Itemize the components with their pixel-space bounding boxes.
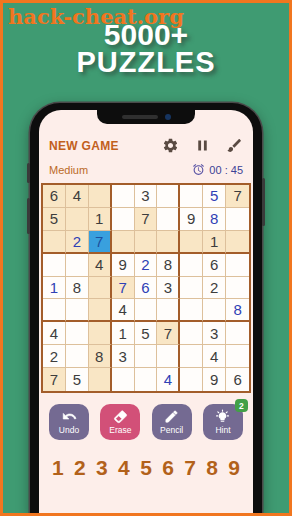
pencil-label: Pencil (160, 425, 183, 435)
numpad-digit-3[interactable]: 3 (96, 456, 108, 480)
cell-r9c2[interactable]: 5 (66, 368, 89, 391)
timer: 00 : 45 (192, 163, 243, 176)
cell-r8c8[interactable]: 4 (203, 345, 226, 368)
hint-count-badge: 2 (235, 399, 248, 412)
cell-r4c2[interactable] (66, 254, 89, 277)
undo-label: Undo (59, 425, 79, 435)
phone-side-button (262, 178, 265, 226)
cell-r8c3[interactable]: 8 (89, 345, 112, 368)
cell-r4c5[interactable]: 2 (135, 254, 158, 277)
camera-dot (165, 114, 171, 120)
timer-value: 00 : 45 (209, 164, 243, 176)
speaker-slot (122, 115, 158, 119)
cell-r8c5[interactable] (135, 345, 158, 368)
cell-r4c4[interactable]: 9 (112, 254, 135, 277)
number-pad: 123456789 (39, 440, 253, 480)
erase-button[interactable]: Erase (100, 404, 140, 440)
cell-r6c4[interactable]: 4 (112, 299, 135, 322)
cell-r8c4[interactable]: 3 (112, 345, 135, 368)
cell-r4c9[interactable] (226, 254, 249, 277)
numpad-digit-2[interactable]: 2 (74, 456, 86, 480)
numpad-digit-7[interactable]: 7 (184, 456, 196, 480)
cell-r8c7[interactable] (180, 345, 203, 368)
cell-r9c6[interactable]: 4 (157, 368, 180, 391)
watermark-text: hack-cheat.org (8, 4, 184, 29)
cell-r7c2[interactable] (66, 322, 89, 345)
cell-r3c2[interactable]: 2 (66, 231, 89, 254)
cell-r4c6[interactable]: 8 (157, 254, 180, 277)
cell-r6c8[interactable] (203, 299, 226, 322)
erase-label: Erase (109, 425, 131, 435)
cell-r1c6[interactable] (157, 185, 180, 208)
cell-r1c2[interactable]: 4 (66, 185, 89, 208)
alarm-clock-icon (192, 163, 205, 176)
cell-r1c4[interactable] (112, 185, 135, 208)
undo-button[interactable]: Undo (49, 404, 89, 440)
cell-r3c1[interactable] (43, 231, 66, 254)
cell-r2c7[interactable]: 9 (180, 208, 203, 231)
cell-r7c6[interactable]: 7 (157, 322, 180, 345)
cell-r2c3[interactable]: 1 (89, 208, 112, 231)
cell-r7c1[interactable]: 4 (43, 322, 66, 345)
cell-r7c9[interactable] (226, 322, 249, 345)
difficulty-label: Medium (49, 164, 192, 176)
numpad-digit-4[interactable]: 4 (118, 456, 130, 480)
cell-r9c8[interactable]: 9 (203, 368, 226, 391)
numpad-digit-8[interactable]: 8 (206, 456, 218, 480)
cell-r9c4[interactable] (112, 368, 135, 391)
cell-r1c1[interactable]: 6 (43, 185, 66, 208)
cell-r8c2[interactable] (66, 345, 89, 368)
cell-r5c6[interactable]: 3 (157, 277, 180, 300)
cell-r3c6[interactable] (157, 231, 180, 254)
cell-r2c5[interactable]: 7 (135, 208, 158, 231)
cell-r2c1[interactable]: 5 (43, 208, 66, 231)
hint-button[interactable]: Hint 2 (203, 404, 243, 440)
cell-r2c2[interactable] (66, 208, 89, 231)
cell-r7c4[interactable]: 1 (112, 322, 135, 345)
phone-side-button (27, 163, 30, 183)
pencil-icon (164, 409, 179, 424)
cell-r6c7[interactable] (180, 299, 203, 322)
cell-r5c5[interactable]: 6 (135, 277, 158, 300)
cell-r3c4[interactable] (112, 231, 135, 254)
cell-r6c9[interactable]: 8 (226, 299, 249, 322)
cell-r2c8[interactable]: 8 (203, 208, 226, 231)
cell-r1c8[interactable]: 5 (203, 185, 226, 208)
cell-r8c9[interactable] (226, 345, 249, 368)
pencil-button[interactable]: Pencil (152, 404, 192, 440)
eraser-icon (113, 409, 128, 424)
cell-r4c8[interactable]: 6 (203, 254, 226, 277)
cell-r3c9[interactable] (226, 231, 249, 254)
hint-bulb-icon (215, 409, 230, 424)
cell-r9c1[interactable]: 7 (43, 368, 66, 391)
cell-r3c7[interactable] (180, 231, 203, 254)
cell-r7c8[interactable]: 3 (203, 322, 226, 345)
undo-icon (62, 409, 77, 424)
cell-r2c6[interactable] (157, 208, 180, 231)
cell-r5c7[interactable] (180, 277, 203, 300)
numpad-digit-6[interactable]: 6 (162, 456, 174, 480)
cell-r5c4[interactable]: 7 (112, 277, 135, 300)
phone-screen: NEW GAME Medium 00 : 45 6435751798271 (39, 110, 253, 516)
hint-label: Hint (215, 425, 230, 435)
page-title: NEW GAME (49, 139, 147, 153)
cell-r5c1[interactable]: 1 (43, 277, 66, 300)
sudoku-board: 6435751798271492861876324841573283475496 (41, 183, 251, 393)
cell-r1c3[interactable] (89, 185, 112, 208)
cell-r5c8[interactable]: 2 (203, 277, 226, 300)
cell-r9c7[interactable] (180, 368, 203, 391)
cell-r5c2[interactable]: 8 (66, 277, 89, 300)
cell-r1c5[interactable]: 3 (135, 185, 158, 208)
phone-mockup: NEW GAME Medium 00 : 45 6435751798271 (30, 103, 262, 516)
numpad-digit-5[interactable]: 5 (140, 456, 152, 480)
cell-r4c7[interactable] (180, 254, 203, 277)
cell-r4c3[interactable]: 4 (89, 254, 112, 277)
cell-r3c5[interactable] (135, 231, 158, 254)
cell-r9c3[interactable] (89, 368, 112, 391)
cell-r6c3[interactable] (89, 299, 112, 322)
phone-notch (97, 110, 195, 124)
cell-r4c1[interactable] (43, 254, 66, 277)
status-row: Medium 00 : 45 (39, 154, 253, 176)
cell-r6c6[interactable] (157, 299, 180, 322)
toolbar: Undo Erase Pencil (39, 393, 253, 440)
cell-r7c7[interactable] (180, 322, 203, 345)
promo-screenshot: hack-cheat.org 5000+ PUZZLES NEW GAME (0, 0, 292, 516)
numpad-digit-9[interactable]: 9 (228, 456, 240, 480)
cell-r6c5[interactable] (135, 299, 158, 322)
cell-r6c2[interactable] (66, 299, 89, 322)
pause-icon[interactable] (194, 137, 211, 154)
promo-banner: 5000+ PUZZLES (0, 21, 292, 76)
cell-r9c9[interactable]: 6 (226, 368, 249, 391)
cell-r1c9[interactable]: 7 (226, 185, 249, 208)
cell-r7c3[interactable] (89, 322, 112, 345)
cell-r8c1[interactable]: 2 (43, 345, 66, 368)
cell-r2c4[interactable] (112, 208, 135, 231)
cell-r3c3[interactable]: 7 (89, 231, 112, 254)
cell-r5c9[interactable] (226, 277, 249, 300)
cell-r3c8[interactable]: 1 (203, 231, 226, 254)
cell-r7c5[interactable]: 5 (135, 322, 158, 345)
cell-r5c3[interactable] (89, 277, 112, 300)
cell-r1c7[interactable] (180, 185, 203, 208)
settings-gear-icon[interactable] (162, 137, 179, 154)
cell-r2c9[interactable] (226, 208, 249, 231)
brush-theme-icon[interactable] (226, 137, 243, 154)
cell-r8c6[interactable] (157, 345, 180, 368)
banner-line2: PUZZLES (0, 49, 292, 76)
cell-r6c1[interactable] (43, 299, 66, 322)
cell-r9c5[interactable] (135, 368, 158, 391)
numpad-digit-1[interactable]: 1 (52, 456, 64, 480)
phone-side-button (27, 198, 30, 234)
